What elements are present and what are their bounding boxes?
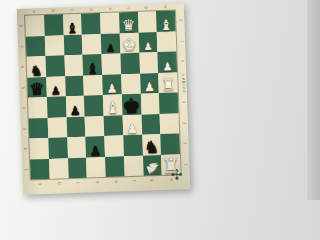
coord-label: e: [114, 180, 118, 183]
black-pawn[interactable]: ♟: [106, 43, 115, 53]
coord-label: 3: [22, 127, 26, 130]
coord-label: c: [76, 182, 80, 184]
black-pawn[interactable]: ♟: [70, 104, 81, 116]
white-bishop[interactable]: ♝: [105, 100, 120, 116]
coord-label: 7: [19, 45, 23, 48]
chess-board[interactable]: abcdefgh abcdefgh 87654321 87654321 ♝♛♝♟…: [17, 3, 190, 195]
black-knight[interactable]: ♞: [144, 138, 160, 156]
white-pawn[interactable]: ♟: [162, 61, 172, 72]
pieces-layer: ♝♛♝♟♚♟♞♝♟♛♟♟♟♜♟♝♚♟♟♞♞♜: [25, 10, 181, 179]
white-queen[interactable]: ♛: [122, 18, 136, 33]
coord-label: 8: [19, 25, 23, 28]
coord-label: 4: [21, 107, 25, 110]
black-pawn[interactable]: ♟: [89, 144, 101, 157]
coord-label: c: [70, 9, 74, 11]
white-pawn[interactable]: ♟: [126, 122, 138, 135]
coord-label: 2: [23, 148, 27, 151]
coord-label: e: [108, 7, 112, 10]
coord-label: h: [163, 5, 167, 8]
coord-label: b: [51, 9, 55, 12]
coord-label: 3: [183, 122, 187, 125]
white-pawn[interactable]: ♟: [143, 42, 152, 52]
coord-label: f: [132, 180, 136, 182]
coord-label: g: [144, 6, 148, 9]
white-king[interactable]: ♚: [121, 37, 137, 55]
coord-label: d: [89, 8, 93, 11]
black-bishop[interactable]: ♝: [86, 61, 99, 75]
white-bishop[interactable]: ♝: [160, 18, 173, 32]
coord-label: a: [38, 183, 42, 186]
white-pawn[interactable]: ♟: [106, 83, 117, 95]
coord-label: d: [95, 181, 99, 184]
coord-label: 1: [24, 168, 28, 171]
brand-text: ©HECHO: [181, 73, 186, 93]
coord-label: 4: [182, 101, 186, 104]
coord-label: 6: [20, 66, 24, 69]
coord-label: 1: [184, 163, 188, 166]
coord-label: a: [32, 10, 36, 13]
coord-label: b: [57, 182, 61, 185]
white-pawn[interactable]: ♟: [144, 81, 155, 93]
white-rook[interactable]: ♜: [161, 77, 176, 93]
black-queen[interactable]: ♛: [29, 81, 45, 99]
coord-label: 8: [179, 19, 183, 22]
coord-label: g: [150, 179, 154, 182]
coord-label: 5: [21, 86, 25, 89]
black-pawn[interactable]: ♟: [51, 85, 61, 96]
coord-label: 6: [180, 60, 184, 63]
black-king[interactable]: ♚: [122, 96, 141, 117]
white-rook[interactable]: ♜: [162, 156, 181, 177]
coord-label: f: [126, 7, 130, 9]
black-knight[interactable]: ♞: [30, 63, 43, 77]
white-knight-fallen[interactable]: ♞: [142, 158, 162, 177]
black-bishop[interactable]: ♝: [66, 21, 79, 35]
coord-label: 2: [183, 142, 187, 145]
coord-label: 7: [180, 40, 184, 43]
